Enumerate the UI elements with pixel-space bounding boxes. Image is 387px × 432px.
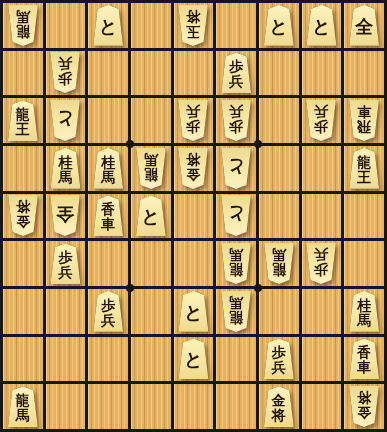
piece-face: 歩兵	[48, 243, 82, 284]
piece-kanji: 龍	[229, 262, 243, 277]
piece-kanji: と	[184, 303, 202, 323]
piece-face: 金将	[347, 386, 381, 427]
shogi-piece-gote-gold[interactable]: 金将	[347, 386, 381, 427]
board-cell[interactable]	[131, 337, 171, 382]
board-cell[interactable]	[174, 51, 214, 96]
shogi-piece-sente-tokin[interactable]: と	[176, 338, 210, 379]
board-cell[interactable]: 龍馬	[3, 384, 43, 429]
piece-kanji: と	[184, 350, 202, 370]
board-cell[interactable]: と	[302, 3, 342, 48]
piece-kanji: 歩	[186, 119, 200, 134]
board-cell[interactable]: 歩兵	[216, 98, 256, 143]
shogi-piece-gote-horse[interactable]: 龍馬	[6, 5, 40, 46]
piece-kanji: 歩	[101, 298, 115, 313]
shogi-piece-gote-horse[interactable]: 龍馬	[262, 243, 296, 284]
board-cell[interactable]: と	[259, 3, 299, 48]
shogi-piece-sente-lance[interactable]: 香車	[347, 338, 381, 379]
board-cell[interactable]: 全	[344, 3, 384, 48]
board-cell[interactable]: 歩兵	[216, 51, 256, 96]
piece-face: と	[176, 291, 210, 332]
board-cell[interactable]: 龍王	[344, 146, 384, 191]
board-cell[interactable]	[131, 3, 171, 48]
shogi-piece-sente-dragon[interactable]: 龍王	[347, 148, 381, 189]
piece-face: と	[304, 5, 338, 46]
board-cell[interactable]	[46, 337, 86, 382]
piece-face: と	[176, 338, 210, 379]
piece-face: 龍馬	[219, 291, 253, 332]
board-cell[interactable]	[88, 51, 128, 96]
piece-kanji: 兵	[229, 104, 243, 119]
piece-kanji: 車	[357, 360, 371, 375]
piece-face: 歩兵	[219, 100, 253, 141]
board-cell[interactable]	[174, 241, 214, 286]
piece-face: 龍馬	[6, 5, 40, 46]
piece-kanji: 龍	[16, 107, 30, 122]
piece-kanji: 車	[357, 104, 371, 119]
shogi-board: 龍馬と玉将とと全歩兵歩兵龍王と歩兵歩兵歩兵飛車桂馬桂馬龍馬金将と龍王金将全香車と…	[0, 0, 387, 432]
piece-kanji: 香	[357, 345, 371, 360]
star-point	[126, 284, 134, 292]
shogi-piece-gote-horse[interactable]: 龍馬	[219, 291, 253, 332]
shogi-piece-sente-pawn[interactable]: 歩兵	[219, 52, 253, 93]
board-cell[interactable]: 龍馬	[216, 289, 256, 334]
board-cell[interactable]	[88, 384, 128, 429]
piece-kanji: 兵	[314, 104, 328, 119]
board-cell[interactable]: と	[131, 194, 171, 239]
shogi-piece-sente-knight[interactable]: 桂馬	[91, 148, 125, 189]
board-cell[interactable]: 龍馬	[3, 3, 43, 48]
board-cell[interactable]	[302, 194, 342, 239]
piece-kanji: 龍	[144, 167, 158, 182]
piece-kanji: と	[312, 17, 330, 37]
board-cell[interactable]: と	[88, 3, 128, 48]
piece-kanji: 馬	[272, 247, 286, 262]
piece-face: と	[219, 195, 253, 236]
board-cell[interactable]	[88, 337, 128, 382]
board-cell[interactable]	[131, 51, 171, 96]
board-cell[interactable]	[174, 384, 214, 429]
piece-kanji: 金	[186, 167, 200, 182]
board-cell[interactable]	[131, 289, 171, 334]
piece-face: 飛車	[347, 100, 381, 141]
piece-kanji: 馬	[229, 295, 243, 310]
shogi-piece-sente-horse[interactable]: 龍馬	[6, 386, 40, 427]
board-cell[interactable]	[46, 289, 86, 334]
board-cell[interactable]	[3, 289, 43, 334]
shogi-piece-sente-pawn[interactable]: 歩兵	[48, 243, 82, 284]
board-cell[interactable]: と	[46, 98, 86, 143]
shogi-piece-gote-pawn[interactable]: 歩兵	[48, 52, 82, 93]
board-cell[interactable]	[344, 51, 384, 96]
board-cell[interactable]	[259, 194, 299, 239]
piece-kanji: 馬	[58, 170, 72, 185]
board-cell[interactable]: 香車	[344, 337, 384, 382]
piece-kanji: と	[56, 109, 74, 129]
piece-face: 金将	[6, 195, 40, 236]
piece-kanji: 将	[16, 199, 30, 214]
shogi-piece-gote-rook[interactable]: 飛車	[347, 100, 381, 141]
board-cell[interactable]	[344, 194, 384, 239]
piece-face: 歩兵	[176, 100, 210, 141]
board-cell[interactable]	[131, 241, 171, 286]
piece-face: 玉将	[176, 5, 210, 46]
piece-kanji: 歩	[58, 250, 72, 265]
piece-face: と	[134, 195, 168, 236]
piece-face: 歩兵	[91, 291, 125, 332]
piece-kanji: 歩	[229, 59, 243, 74]
piece-kanji: 金	[272, 393, 286, 408]
piece-kanji: 馬	[16, 9, 30, 24]
shogi-piece-gote-tokin[interactable]: と	[219, 148, 253, 189]
board-cell[interactable]: 歩兵	[174, 98, 214, 143]
piece-kanji: 龍	[272, 262, 286, 277]
piece-face: と	[48, 100, 82, 141]
piece-face: 香車	[347, 338, 381, 379]
piece-face: 龍馬	[262, 243, 296, 284]
piece-kanji: 兵	[58, 265, 72, 280]
board-cell[interactable]	[3, 337, 43, 382]
piece-kanji: 全	[56, 204, 74, 224]
piece-face: 龍王	[6, 100, 40, 141]
piece-kanji: と	[270, 17, 288, 37]
board-cell[interactable]	[46, 384, 86, 429]
shogi-piece-sente-tokin[interactable]: と	[176, 291, 210, 332]
piece-kanji: 将	[186, 152, 200, 167]
shogi-piece-sente-tokin[interactable]: と	[134, 195, 168, 236]
board-cell[interactable]	[88, 98, 128, 143]
shogi-piece-gote-tokin[interactable]: と	[48, 100, 82, 141]
piece-face: 金将	[176, 148, 210, 189]
board-cell[interactable]: 飛車	[344, 98, 384, 143]
board-cell[interactable]	[3, 51, 43, 96]
piece-face: 歩兵	[48, 52, 82, 93]
board-cell[interactable]	[3, 241, 43, 286]
piece-kanji: 龍	[16, 393, 30, 408]
piece-kanji: と	[227, 204, 245, 224]
piece-kanji: 桂	[58, 155, 72, 170]
board-cell[interactable]	[216, 384, 256, 429]
piece-face: 香車	[91, 195, 125, 236]
board-cell[interactable]	[3, 146, 43, 191]
shogi-piece-gote-horse[interactable]: 龍馬	[219, 243, 253, 284]
shogi-piece-gote-pawn[interactable]: 歩兵	[304, 100, 338, 141]
board-cell[interactable]: 歩兵	[302, 241, 342, 286]
piece-face: 桂馬	[91, 148, 125, 189]
board-cell[interactable]: 龍馬	[216, 241, 256, 286]
shogi-piece-sente-gold[interactable]: 金将	[262, 386, 296, 427]
piece-kanji: 馬	[101, 170, 115, 185]
board-cell[interactable]	[216, 3, 256, 48]
piece-kanji: 兵	[314, 247, 328, 262]
board-cell[interactable]: 歩兵	[302, 98, 342, 143]
piece-kanji: 馬	[229, 247, 243, 262]
shogi-piece-gote-gold[interactable]: 金将	[6, 195, 40, 236]
piece-face: 全	[48, 195, 82, 236]
shogi-piece-sente-dragon[interactable]: 龍王	[6, 100, 40, 141]
board-cell[interactable]: 歩兵	[46, 241, 86, 286]
board-cell[interactable]: 龍馬	[259, 241, 299, 286]
board-cell[interactable]: 龍王	[3, 98, 43, 143]
board-cell[interactable]	[259, 98, 299, 143]
piece-kanji: 兵	[229, 74, 243, 89]
piece-kanji: 将	[272, 408, 286, 423]
piece-face: 桂馬	[48, 148, 82, 189]
piece-kanji: 龍	[16, 24, 30, 39]
piece-kanji: 龍	[357, 155, 371, 170]
board-cell[interactable]	[302, 51, 342, 96]
piece-kanji: と	[227, 157, 245, 177]
shogi-piece-sente-pawn[interactable]: 歩兵	[91, 291, 125, 332]
piece-face: 歩兵	[262, 338, 296, 379]
piece-kanji: 兵	[272, 360, 286, 375]
shogi-piece-gote-pawn[interactable]: 歩兵	[304, 243, 338, 284]
board-cell[interactable]	[344, 241, 384, 286]
shogi-piece-gote-king[interactable]: 玉将	[176, 5, 210, 46]
board-cell[interactable]	[302, 384, 342, 429]
board-cell[interactable]	[302, 146, 342, 191]
piece-kanji: 馬	[144, 152, 158, 167]
shogi-piece-sente-tokin[interactable]: と	[262, 5, 296, 46]
piece-face: 龍馬	[6, 386, 40, 427]
piece-face: 龍馬	[134, 148, 168, 189]
shogi-piece-gote-tokin[interactable]: と	[219, 195, 253, 236]
piece-kanji: 玉	[186, 24, 200, 39]
board-cell[interactable]	[88, 241, 128, 286]
piece-face: 歩兵	[304, 100, 338, 141]
shogi-piece-sente-tokin[interactable]: と	[304, 5, 338, 46]
piece-face: と	[262, 5, 296, 46]
board-cell[interactable]: 歩兵	[88, 289, 128, 334]
piece-face: 龍馬	[219, 243, 253, 284]
shogi-piece-sente-lance[interactable]: 香車	[91, 195, 125, 236]
board-cell[interactable]	[259, 51, 299, 96]
shogi-piece-sente-tokin[interactable]: と	[91, 5, 125, 46]
board-cell[interactable]: と	[174, 337, 214, 382]
piece-kanji: 歩	[314, 262, 328, 277]
board-cell[interactable]: 龍馬	[131, 146, 171, 191]
piece-kanji: 馬	[357, 313, 371, 328]
piece-kanji: 兵	[186, 104, 200, 119]
piece-kanji: 桂	[101, 155, 115, 170]
board-cell[interactable]: 金将	[174, 146, 214, 191]
piece-kanji: 龍	[229, 310, 243, 325]
piece-kanji: 歩	[314, 119, 328, 134]
piece-kanji: 歩	[58, 71, 72, 86]
piece-kanji: 全	[355, 17, 373, 37]
piece-kanji: 飛	[357, 119, 371, 134]
star-point	[254, 140, 262, 148]
piece-face: 歩兵	[304, 243, 338, 284]
board-cell[interactable]: と	[216, 146, 256, 191]
board-cell[interactable]	[216, 337, 256, 382]
piece-kanji: 兵	[101, 313, 115, 328]
shogi-app: 龍馬と玉将とと全歩兵歩兵龍王と歩兵歩兵歩兵飛車桂馬桂馬龍馬金将と龍王金将全香車と…	[0, 0, 387, 432]
shogi-piece-sente-promoted-silver[interactable]: 全	[347, 5, 381, 46]
board-cell[interactable]: と	[174, 289, 214, 334]
board-cell[interactable]: 桂馬	[88, 146, 128, 191]
piece-face: と	[91, 5, 125, 46]
board-cell[interactable]: 桂馬	[46, 146, 86, 191]
board-cell[interactable]	[302, 289, 342, 334]
piece-face: 桂馬	[347, 291, 381, 332]
shogi-piece-gote-pawn[interactable]: 歩兵	[219, 100, 253, 141]
shogi-piece-gote-gold[interactable]: 金将	[176, 148, 210, 189]
shogi-piece-sente-knight[interactable]: 桂馬	[48, 148, 82, 189]
piece-kanji: と	[142, 207, 160, 227]
shogi-piece-sente-pawn[interactable]: 歩兵	[262, 338, 296, 379]
board-cell[interactable]	[46, 3, 86, 48]
piece-kanji: 歩	[229, 119, 243, 134]
piece-kanji: と	[99, 17, 117, 37]
board-cell[interactable]: 歩兵	[46, 51, 86, 96]
star-point	[126, 140, 134, 148]
board-cell[interactable]: 歩兵	[259, 337, 299, 382]
piece-face: 龍王	[347, 148, 381, 189]
board-cell[interactable]: 金将	[3, 194, 43, 239]
shogi-piece-gote-horse[interactable]: 龍馬	[134, 148, 168, 189]
piece-kanji: 王	[357, 170, 371, 185]
piece-kanji: 馬	[16, 408, 30, 423]
shogi-piece-gote-pawn[interactable]: 歩兵	[176, 100, 210, 141]
piece-kanji: 金	[357, 405, 371, 420]
board-cell[interactable]: 桂馬	[344, 289, 384, 334]
piece-kanji: 桂	[357, 298, 371, 313]
board-cell[interactable]: と	[216, 194, 256, 239]
piece-kanji: 王	[16, 122, 30, 137]
piece-kanji: 将	[186, 9, 200, 24]
piece-kanji: 兵	[58, 56, 72, 71]
shogi-piece-sente-knight[interactable]: 桂馬	[347, 291, 381, 332]
board-cell[interactable]	[131, 384, 171, 429]
piece-kanji: 香	[101, 202, 115, 217]
board-cell[interactable]: 香車	[88, 194, 128, 239]
piece-face: と	[219, 148, 253, 189]
star-point	[254, 284, 262, 292]
board-cell[interactable]	[302, 337, 342, 382]
board-cell[interactable]	[259, 146, 299, 191]
board-cell[interactable]: 玉将	[174, 3, 214, 48]
board-cell[interactable]	[131, 98, 171, 143]
piece-face: 歩兵	[219, 52, 253, 93]
board-cell[interactable]: 全	[46, 194, 86, 239]
piece-kanji: 将	[357, 390, 371, 405]
piece-face: 全	[347, 5, 381, 46]
board-cell[interactable]: 金将	[344, 384, 384, 429]
board-cell[interactable]: 金将	[259, 384, 299, 429]
piece-kanji: 車	[101, 217, 115, 232]
piece-kanji: 歩	[272, 345, 286, 360]
piece-face: 金将	[262, 386, 296, 427]
board-cell[interactable]	[259, 289, 299, 334]
board-cell[interactable]	[174, 194, 214, 239]
shogi-piece-gote-promoted-silver[interactable]: 全	[48, 195, 82, 236]
piece-kanji: 金	[16, 214, 30, 229]
